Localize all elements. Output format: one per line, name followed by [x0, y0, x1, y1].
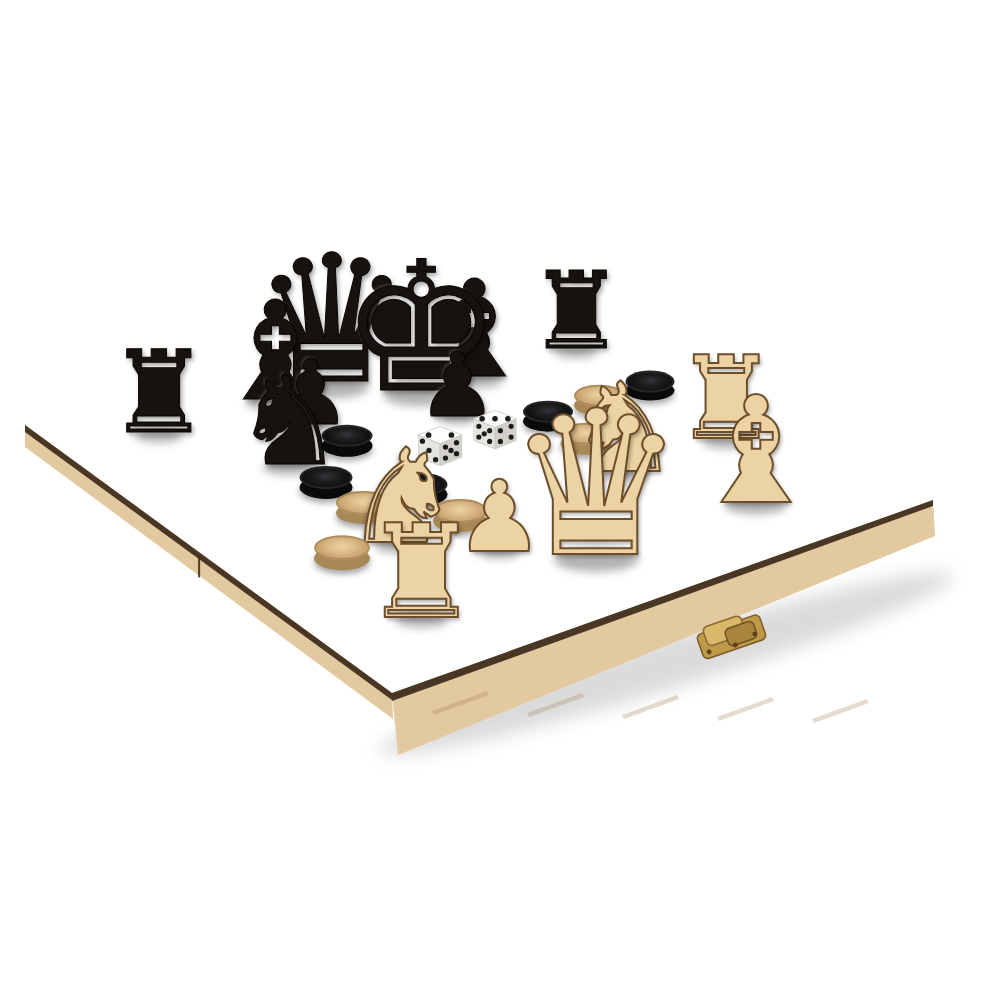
box-sides-underlay — [0, 0, 1000, 1000]
photo-stage: AABBCCDDEEFFGGHH8877665544332211 ♜♝♛♚♝♟♟… — [0, 0, 1000, 1000]
ground-shadow — [372, 551, 961, 776]
wood-grain-streak — [812, 699, 869, 723]
box-halves-joint — [198, 555, 200, 577]
box-side-front — [392, 500, 935, 755]
laminate-edge-left — [25, 425, 392, 700]
wood-grain-streak — [717, 697, 774, 721]
